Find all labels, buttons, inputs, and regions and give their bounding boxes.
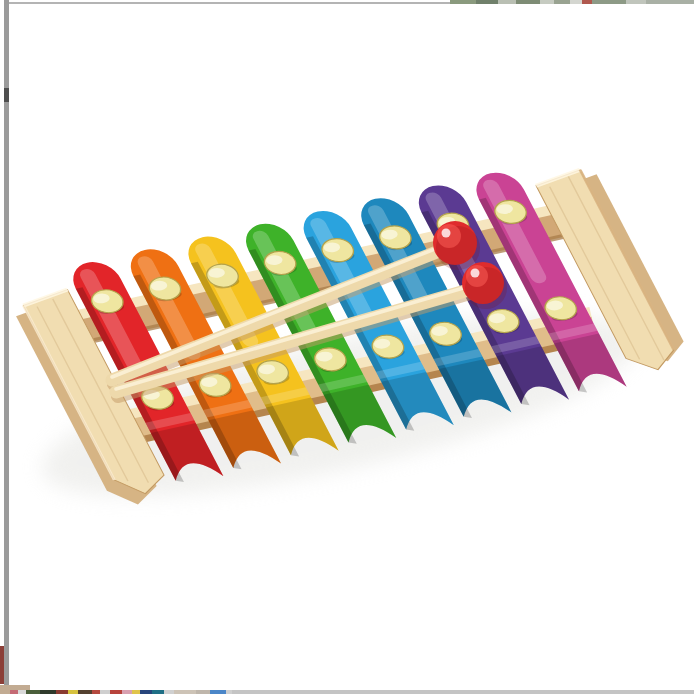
left-edge-red-sliver [0,646,4,684]
ball-specular [471,269,480,278]
left-border-mark [4,88,9,102]
edge-sliver [18,690,26,694]
edge-sliver [554,0,570,4]
bottom-thumbnail-sliver [10,690,694,694]
ball-specular [442,229,451,238]
edge-sliver [540,0,554,4]
product-photo-canvas [0,0,694,694]
edge-sliver [152,690,164,694]
edge-sliver [450,0,476,4]
edge-sliver [26,690,40,694]
edge-sliver [210,690,226,694]
edge-sliver [498,0,516,4]
edge-sliver [582,0,592,4]
xylophone-photo [0,0,694,694]
edge-sliver [78,690,92,694]
edge-sliver [122,690,132,694]
edge-sliver [100,690,110,694]
edge-sliver [92,690,100,694]
left-border-bar [4,0,9,694]
edge-sliver [164,690,174,694]
edge-sliver [196,690,210,694]
edge-sliver [516,0,540,4]
edge-sliver [174,690,196,694]
edge-sliver [56,690,68,694]
edge-sliver [592,0,626,4]
edge-sliver [110,690,122,694]
edge-sliver [232,690,694,694]
edge-sliver [68,690,78,694]
edge-sliver [646,0,694,4]
top-right-thumbnail-sliver [450,0,694,4]
edge-sliver [570,0,582,4]
edge-sliver [140,690,152,694]
edge-sliver [40,690,56,694]
edge-sliver [132,690,140,694]
edge-sliver [10,690,18,694]
edge-sliver [476,0,498,4]
edge-sliver [626,0,646,4]
